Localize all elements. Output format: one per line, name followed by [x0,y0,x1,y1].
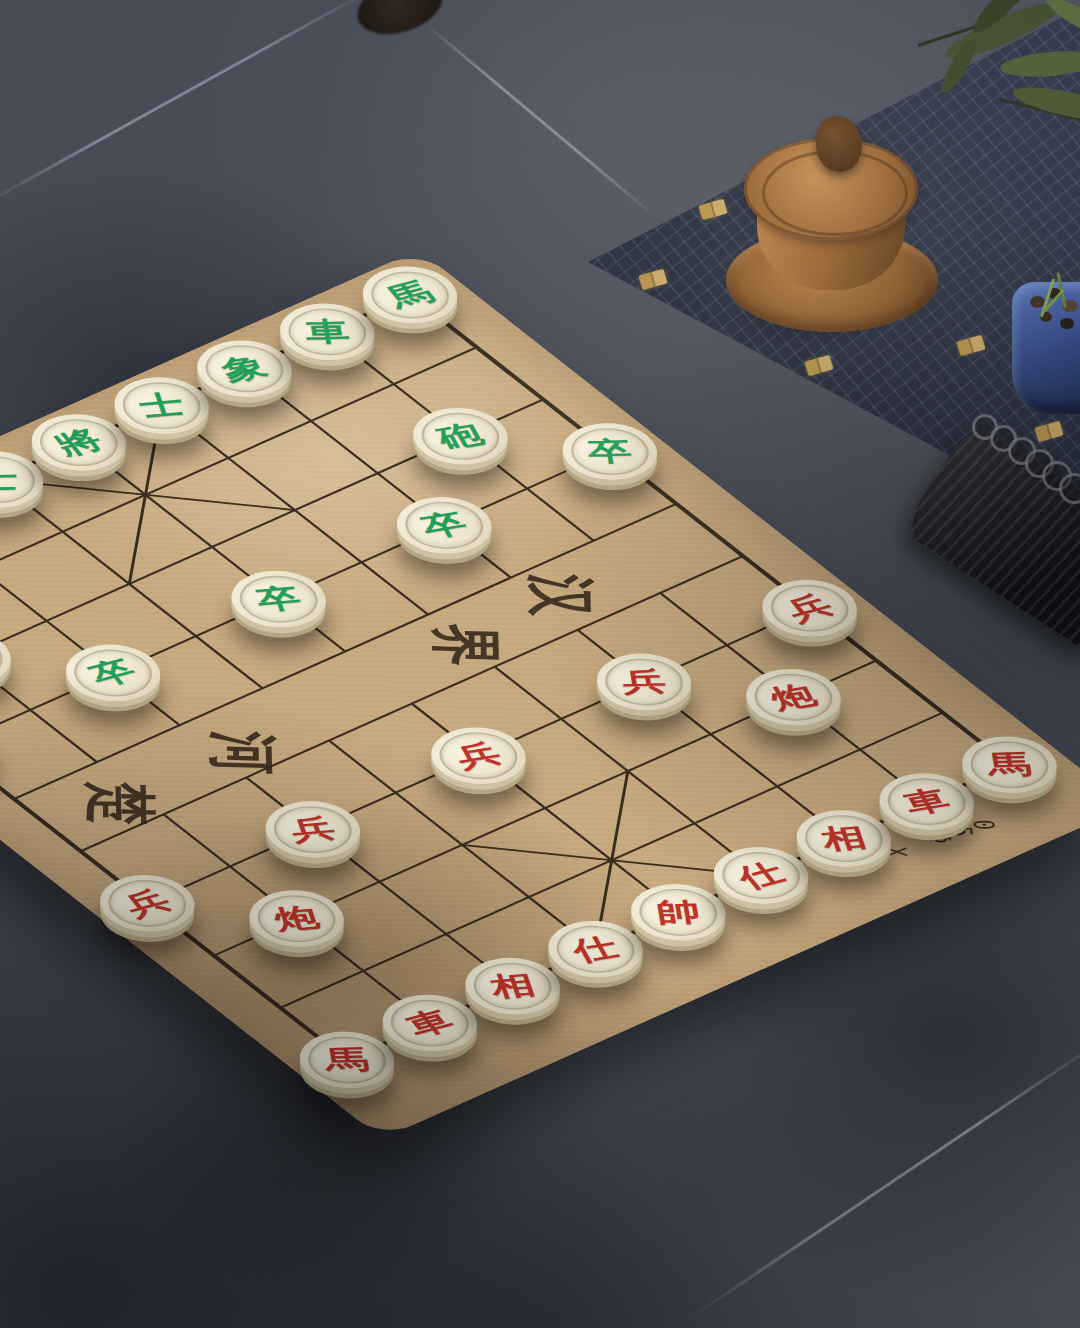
piece-character: 士 [106,374,218,438]
piece-character: 砲 [401,401,521,471]
piece-character: 卒 [558,422,662,481]
green-soldier-piece[interactable]: 卒 [0,707,14,786]
piece-character: 車 [275,302,379,361]
teacup-lid-knob [816,116,862,172]
blurred-object [350,0,450,44]
piece-character: 兵 [257,797,369,861]
piece-character: 馬 [958,735,1062,794]
piece-character: 卒 [223,567,335,631]
pot-pebble [1060,318,1074,329]
green-cannon-piece[interactable]: 砲 [0,618,30,697]
red-cannon-piece[interactable]: 炮 [230,879,363,958]
green-cannon-piece[interactable]: 砲 [394,397,527,476]
green-soldier-piece[interactable]: 卒 [212,560,345,639]
piece-character: 兵 [592,653,696,712]
green-soldier-piece[interactable]: 卒 [543,412,676,491]
piece-character: 相 [457,954,569,1018]
piece-character: 砲 [0,626,20,690]
green-soldier-piece[interactable]: 卒 [47,633,180,712]
red-soldier-piece[interactable]: 兵 [743,569,876,648]
red-soldier-piece[interactable]: 兵 [578,642,711,721]
red-soldier-piece[interactable]: 兵 [81,864,214,943]
piece-character: 馬 [295,1031,399,1090]
piece-character: 炮 [241,887,353,951]
piece-character: 兵 [746,571,873,646]
red-cannon-piece[interactable]: 炮 [727,658,860,737]
slate-tile-seam [687,1039,1080,1321]
table-scene: 楚 河 界 汉 SX Φ50 馬車象士將士象車馬砲砲卒卒卒卒卒兵兵兵兵兵炮炮馬車… [0,0,1080,1328]
red-soldier-piece[interactable]: 兵 [246,790,379,869]
piece-character: 相 [788,806,900,870]
piece-character: 卒 [50,636,177,711]
green-soldier-piece[interactable]: 卒 [378,486,511,565]
piece-character: 兵 [84,866,211,941]
slate-tile-seam [0,0,371,205]
slate-tile-seam [424,22,656,217]
red-soldier-piece[interactable]: 兵 [412,716,545,795]
piece-character: 兵 [419,721,539,791]
piece-character: 卒 [384,491,504,561]
piece-character: 炮 [734,662,854,732]
piece-character: 帥 [626,883,730,942]
